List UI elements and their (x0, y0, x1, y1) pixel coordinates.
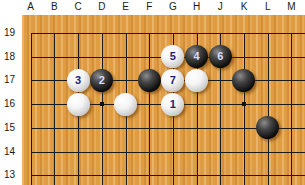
star-point-D16 (90, 92, 114, 116)
intersection-J18[interactable]: 6 (208, 45, 232, 69)
stone-black-L15[interactable] (256, 116, 279, 139)
intersection-G16[interactable]: 1 (161, 92, 185, 116)
go-board[interactable]: 5463271 (19, 21, 303, 185)
stone-white-G16[interactable]: 1 (161, 93, 184, 116)
col-label-E: E (118, 1, 134, 13)
row-label-16: 16 (0, 98, 15, 110)
stone-white-E16[interactable] (114, 93, 137, 116)
row-label-17: 17 (0, 74, 15, 86)
col-label-F: F (141, 1, 157, 13)
star-point-marker (100, 102, 104, 106)
stone-white-G17[interactable]: 7 (161, 69, 184, 92)
move-number: 1 (170, 99, 176, 110)
intersection-H18[interactable]: 4 (185, 45, 209, 69)
intersection-G17[interactable]: 7 (161, 69, 185, 93)
intersection-C16[interactable] (66, 92, 90, 116)
intersection-D17[interactable]: 2 (90, 69, 114, 93)
intersection-K17[interactable] (232, 69, 256, 93)
stone-black-K17[interactable] (232, 69, 255, 92)
intersection-F17[interactable] (137, 69, 161, 93)
stone-black-D17[interactable]: 2 (90, 69, 113, 92)
row-label-14: 14 (0, 146, 15, 158)
intersection-H17[interactable] (185, 69, 209, 93)
col-label-D: D (94, 1, 110, 13)
move-number: 5 (170, 51, 176, 62)
row-label-19: 19 (0, 27, 15, 39)
row-label-13: 13 (0, 169, 15, 181)
col-label-H: H (189, 1, 205, 13)
move-number: 2 (99, 75, 105, 86)
move-number: 3 (75, 75, 81, 86)
intersection-E16[interactable] (114, 92, 138, 116)
row-label-18: 18 (0, 51, 15, 63)
row-label-15: 15 (0, 122, 15, 134)
star-point-marker (242, 102, 246, 106)
star-point-K16 (232, 92, 256, 116)
stone-white-G18[interactable]: 5 (161, 45, 184, 68)
move-number: 6 (217, 51, 223, 62)
intersection-G18[interactable]: 5 (161, 45, 185, 69)
col-label-M: M (283, 1, 299, 13)
stone-black-F17[interactable] (138, 69, 161, 92)
stone-white-C17[interactable]: 3 (67, 69, 90, 92)
stone-black-J18[interactable]: 6 (209, 45, 232, 68)
go-diagram: ABCDEFGHJKLM 19181716151413 5463271 (0, 0, 305, 185)
intersection-L15[interactable] (256, 116, 280, 140)
stone-black-H18[interactable]: 4 (185, 45, 208, 68)
col-label-G: G (165, 1, 181, 13)
col-label-B: B (46, 1, 62, 13)
col-label-A: A (23, 1, 39, 13)
col-label-K: K (236, 1, 252, 13)
col-label-J: J (212, 1, 228, 13)
move-number: 7 (170, 75, 176, 86)
col-label-L: L (260, 1, 276, 13)
intersection-C17[interactable]: 3 (66, 69, 90, 93)
stone-white-H17[interactable] (185, 69, 208, 92)
col-label-C: C (70, 1, 86, 13)
move-number: 4 (193, 51, 199, 62)
stone-white-C16[interactable] (67, 93, 90, 116)
